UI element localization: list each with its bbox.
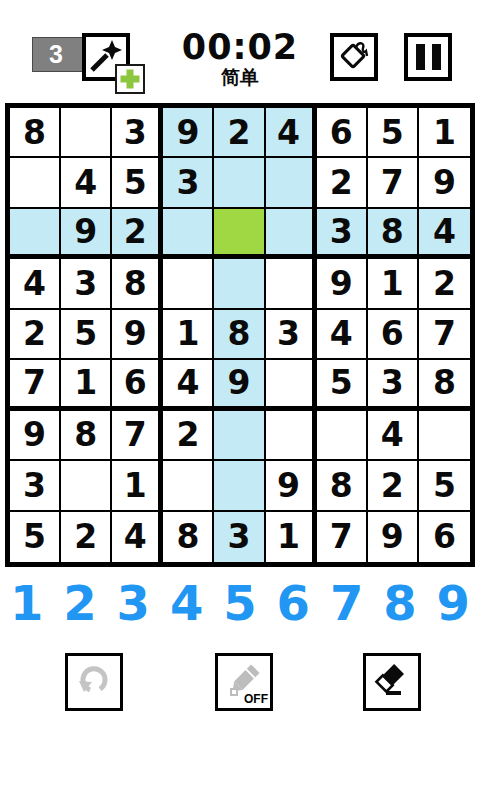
- cell-r7c4[interactable]: 2: [163, 411, 214, 461]
- hint-button[interactable]: 3: [32, 33, 148, 95]
- cell-r4c7[interactable]: 9: [317, 259, 368, 309]
- numpad-8[interactable]: 8: [373, 576, 426, 630]
- undo-button[interactable]: [65, 653, 123, 711]
- cell-r6c6[interactable]: [266, 360, 317, 410]
- cell-r3c5[interactable]: [214, 209, 265, 259]
- cell-r2c7[interactable]: 2: [317, 158, 368, 208]
- cell-r6c9[interactable]: 8: [419, 360, 470, 410]
- number-pad: 123456789: [0, 576, 480, 630]
- cell-r5c3[interactable]: 9: [112, 310, 163, 360]
- cell-r7c6[interactable]: [266, 411, 317, 461]
- cell-r3c2[interactable]: 9: [61, 209, 112, 259]
- undo-icon: [74, 660, 114, 704]
- cell-r5c4[interactable]: 1: [163, 310, 214, 360]
- cell-r3c7[interactable]: 3: [317, 209, 368, 259]
- cell-r5c9[interactable]: 7: [419, 310, 470, 360]
- cell-r9c5[interactable]: 3: [214, 512, 265, 562]
- cell-r8c9[interactable]: 5: [419, 461, 470, 511]
- cell-r5c6[interactable]: 3: [266, 310, 317, 360]
- cell-r2c6[interactable]: [266, 158, 317, 208]
- cell-r8c2[interactable]: [61, 461, 112, 511]
- cell-r6c2[interactable]: 1: [61, 360, 112, 410]
- cell-r2c5[interactable]: [214, 158, 265, 208]
- cell-r1c5[interactable]: 2: [214, 108, 265, 158]
- cell-r4c4[interactable]: [163, 259, 214, 309]
- cell-r2c1[interactable]: [10, 158, 61, 208]
- cell-r2c3[interactable]: 5: [112, 158, 163, 208]
- cell-r8c5[interactable]: [214, 461, 265, 511]
- cell-r9c2[interactable]: 2: [61, 512, 112, 562]
- cell-r9c9[interactable]: 6: [419, 512, 470, 562]
- eraser-icon: [372, 660, 412, 704]
- numpad-7[interactable]: 7: [320, 576, 373, 630]
- cell-r1c4[interactable]: 9: [163, 108, 214, 158]
- cell-r3c4[interactable]: [163, 209, 214, 259]
- eraser-button[interactable]: [363, 653, 421, 711]
- cell-r5c2[interactable]: 5: [61, 310, 112, 360]
- cell-r9c3[interactable]: 4: [112, 512, 163, 562]
- numpad-3[interactable]: 3: [107, 576, 160, 630]
- cell-r7c5[interactable]: [214, 411, 265, 461]
- cell-r9c7[interactable]: 7: [317, 512, 368, 562]
- cell-r2c2[interactable]: 4: [61, 158, 112, 208]
- cell-r1c3[interactable]: 3: [112, 108, 163, 158]
- pause-button[interactable]: [404, 33, 452, 81]
- cell-r6c3[interactable]: 6: [112, 360, 163, 410]
- cell-r6c1[interactable]: 7: [10, 360, 61, 410]
- cell-r3c3[interactable]: 2: [112, 209, 163, 259]
- cell-r7c1[interactable]: 9: [10, 411, 61, 461]
- numpad-4[interactable]: 4: [160, 576, 213, 630]
- paint-bucket-button[interactable]: [330, 33, 378, 81]
- cell-r3c9[interactable]: 4: [419, 209, 470, 259]
- cell-r5c8[interactable]: 6: [368, 310, 419, 360]
- cell-r2c9[interactable]: 9: [419, 158, 470, 208]
- cell-r1c1[interactable]: 8: [10, 108, 61, 158]
- cell-r7c8[interactable]: 4: [368, 411, 419, 461]
- cell-r6c8[interactable]: 3: [368, 360, 419, 410]
- cell-r9c4[interactable]: 8: [163, 512, 214, 562]
- cell-r8c6[interactable]: 9: [266, 461, 317, 511]
- cell-r3c8[interactable]: 8: [368, 209, 419, 259]
- cell-r7c2[interactable]: 8: [61, 411, 112, 461]
- cell-r4c8[interactable]: 1: [368, 259, 419, 309]
- cell-r2c8[interactable]: 7: [368, 158, 419, 208]
- sudoku-board: 8392465145327992384438912259183467716495…: [5, 103, 475, 567]
- cell-r9c6[interactable]: 1: [266, 512, 317, 562]
- cell-r4c2[interactable]: 3: [61, 259, 112, 309]
- cell-r6c4[interactable]: 4: [163, 360, 214, 410]
- cell-r7c3[interactable]: 7: [112, 411, 163, 461]
- numpad-2[interactable]: 2: [53, 576, 106, 630]
- cell-r9c1[interactable]: 5: [10, 512, 61, 562]
- cell-r1c9[interactable]: 1: [419, 108, 470, 158]
- cell-r1c7[interactable]: 6: [317, 108, 368, 158]
- numpad-6[interactable]: 6: [267, 576, 320, 630]
- numpad-9[interactable]: 9: [427, 576, 480, 630]
- cell-r8c1[interactable]: 3: [10, 461, 61, 511]
- cell-r4c9[interactable]: 2: [419, 259, 470, 309]
- cell-r9c8[interactable]: 9: [368, 512, 419, 562]
- cell-r5c1[interactable]: 2: [10, 310, 61, 360]
- cell-r6c5[interactable]: 9: [214, 360, 265, 410]
- numpad-1[interactable]: 1: [0, 576, 53, 630]
- cell-r2c4[interactable]: 3: [163, 158, 214, 208]
- paint-bucket-icon: [337, 38, 371, 76]
- cell-r6c7[interactable]: 5: [317, 360, 368, 410]
- cell-r4c3[interactable]: 8: [112, 259, 163, 309]
- cell-r8c3[interactable]: 1: [112, 461, 163, 511]
- cell-r7c7[interactable]: [317, 411, 368, 461]
- cell-r4c5[interactable]: [214, 259, 265, 309]
- cell-r8c4[interactable]: [163, 461, 214, 511]
- cell-r1c8[interactable]: 5: [368, 108, 419, 158]
- cell-r3c6[interactable]: [266, 209, 317, 259]
- numpad-5[interactable]: 5: [213, 576, 266, 630]
- pause-icon: [416, 44, 441, 70]
- cell-r8c7[interactable]: 8: [317, 461, 368, 511]
- cell-r1c2[interactable]: [61, 108, 112, 158]
- cell-r5c7[interactable]: 4: [317, 310, 368, 360]
- cell-r7c9[interactable]: [419, 411, 470, 461]
- cell-r3c1[interactable]: [10, 209, 61, 259]
- sudoku-app: 3 00:02 简单 839246514532799238: [0, 0, 480, 800]
- cell-r4c1[interactable]: 4: [10, 259, 61, 309]
- cell-r8c8[interactable]: 2: [368, 461, 419, 511]
- pencil-toggle-button[interactable]: OFF: [215, 653, 273, 711]
- cell-r5c5[interactable]: 8: [214, 310, 265, 360]
- cell-r1c6[interactable]: 4: [266, 108, 317, 158]
- pencil-state-label: OFF: [244, 692, 268, 706]
- cell-r4c6[interactable]: [266, 259, 317, 309]
- plus-icon: [115, 64, 145, 94]
